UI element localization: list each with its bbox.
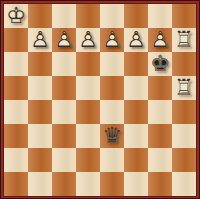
square-e7[interactable]: ♟♙ bbox=[100, 28, 124, 52]
square-d2[interactable] bbox=[76, 148, 100, 172]
white-pawn-glyph-outline: ♙ bbox=[28, 28, 52, 52]
square-a8[interactable]: ♚♔ bbox=[4, 4, 28, 28]
square-e2[interactable] bbox=[100, 148, 124, 172]
square-a6[interactable] bbox=[4, 52, 28, 76]
square-c2[interactable] bbox=[52, 148, 76, 172]
square-e1[interactable] bbox=[100, 172, 124, 196]
square-b2[interactable] bbox=[28, 148, 52, 172]
white-pawn-glyph-outline: ♙ bbox=[124, 28, 148, 52]
square-f5[interactable] bbox=[124, 76, 148, 100]
white-rook[interactable]: ♜♖ bbox=[172, 28, 196, 52]
white-rook[interactable]: ♜♖ bbox=[172, 76, 196, 100]
square-e5[interactable] bbox=[100, 76, 124, 100]
square-f7[interactable]: ♟♙ bbox=[124, 28, 148, 52]
black-king[interactable]: ♚♔ bbox=[148, 52, 172, 76]
square-c3[interactable] bbox=[52, 124, 76, 148]
square-d3[interactable] bbox=[76, 124, 100, 148]
black-queen[interactable]: ♛♕ bbox=[100, 124, 124, 148]
square-c1[interactable] bbox=[52, 172, 76, 196]
white-pawn-glyph-outline: ♙ bbox=[52, 28, 76, 52]
square-d5[interactable] bbox=[76, 76, 100, 100]
white-king[interactable]: ♚♔ bbox=[4, 4, 28, 28]
square-b1[interactable] bbox=[28, 172, 52, 196]
square-e4[interactable] bbox=[100, 100, 124, 124]
square-a1[interactable] bbox=[4, 172, 28, 196]
square-b7[interactable]: ♟♙ bbox=[28, 28, 52, 52]
square-g2[interactable] bbox=[148, 148, 172, 172]
square-a4[interactable] bbox=[4, 100, 28, 124]
square-c6[interactable] bbox=[52, 52, 76, 76]
square-d6[interactable] bbox=[76, 52, 100, 76]
square-h5[interactable]: ♜♖ bbox=[172, 76, 196, 100]
square-a3[interactable] bbox=[4, 124, 28, 148]
white-rook-glyph-outline: ♖ bbox=[172, 28, 196, 52]
square-f8[interactable] bbox=[124, 4, 148, 28]
square-d7[interactable]: ♟♙ bbox=[76, 28, 100, 52]
white-pawn[interactable]: ♟♙ bbox=[100, 28, 124, 52]
square-h2[interactable] bbox=[172, 148, 196, 172]
square-c7[interactable]: ♟♙ bbox=[52, 28, 76, 52]
square-h8[interactable] bbox=[172, 4, 196, 28]
square-h1[interactable] bbox=[172, 172, 196, 196]
white-pawn[interactable]: ♟♙ bbox=[28, 28, 52, 52]
white-pawn[interactable]: ♟♙ bbox=[76, 28, 100, 52]
square-a2[interactable] bbox=[4, 148, 28, 172]
square-h6[interactable] bbox=[172, 52, 196, 76]
square-a7[interactable] bbox=[4, 28, 28, 52]
square-a5[interactable] bbox=[4, 76, 28, 100]
white-pawn-glyph-outline: ♙ bbox=[148, 28, 172, 52]
square-b5[interactable] bbox=[28, 76, 52, 100]
square-c4[interactable] bbox=[52, 100, 76, 124]
square-g5[interactable] bbox=[148, 76, 172, 100]
square-f6[interactable] bbox=[124, 52, 148, 76]
square-c8[interactable] bbox=[52, 4, 76, 28]
square-e3[interactable]: ♛♕ bbox=[100, 124, 124, 148]
white-rook-glyph-outline: ♖ bbox=[172, 76, 196, 100]
square-g7[interactable]: ♟♙ bbox=[148, 28, 172, 52]
square-h3[interactable] bbox=[172, 124, 196, 148]
black-king-glyph-outline: ♔ bbox=[148, 52, 172, 76]
square-b8[interactable] bbox=[28, 4, 52, 28]
square-f2[interactable] bbox=[124, 148, 148, 172]
white-pawn[interactable]: ♟♙ bbox=[52, 28, 76, 52]
black-queen-glyph-outline: ♕ bbox=[100, 124, 124, 148]
square-g1[interactable] bbox=[148, 172, 172, 196]
white-pawn[interactable]: ♟♙ bbox=[124, 28, 148, 52]
square-g4[interactable] bbox=[148, 100, 172, 124]
square-e6[interactable] bbox=[100, 52, 124, 76]
white-pawn[interactable]: ♟♙ bbox=[148, 28, 172, 52]
square-b6[interactable] bbox=[28, 52, 52, 76]
square-h4[interactable] bbox=[172, 100, 196, 124]
square-b3[interactable] bbox=[28, 124, 52, 148]
chess-board: ♚♔♟♙♟♙♟♙♟♙♟♙♟♙♜♖♚♔♜♖♛♕ bbox=[4, 4, 196, 196]
square-b4[interactable] bbox=[28, 100, 52, 124]
square-e8[interactable] bbox=[100, 4, 124, 28]
square-g8[interactable] bbox=[148, 4, 172, 28]
white-king-glyph-outline: ♔ bbox=[4, 4, 28, 28]
white-pawn-glyph-outline: ♙ bbox=[76, 28, 100, 52]
square-d8[interactable] bbox=[76, 4, 100, 28]
square-f1[interactable] bbox=[124, 172, 148, 196]
square-c5[interactable] bbox=[52, 76, 76, 100]
square-f4[interactable] bbox=[124, 100, 148, 124]
square-f3[interactable] bbox=[124, 124, 148, 148]
square-h7[interactable]: ♜♖ bbox=[172, 28, 196, 52]
square-d4[interactable] bbox=[76, 100, 100, 124]
chess-board-frame: ♚♔♟♙♟♙♟♙♟♙♟♙♟♙♜♖♚♔♜♖♛♕ bbox=[0, 0, 200, 199]
white-pawn-glyph-outline: ♙ bbox=[100, 28, 124, 52]
square-g6[interactable]: ♚♔ bbox=[148, 52, 172, 76]
square-g3[interactable] bbox=[148, 124, 172, 148]
square-d1[interactable] bbox=[76, 172, 100, 196]
